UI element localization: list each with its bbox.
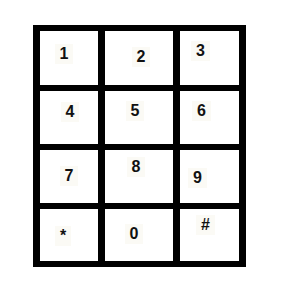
key-4[interactable]: 4	[40, 91, 98, 144]
key-hash-label: #	[196, 215, 215, 235]
key-3[interactable]: 3	[180, 31, 239, 85]
key-8[interactable]: 8	[105, 150, 173, 203]
key-hash[interactable]: #	[180, 209, 239, 261]
key-7-label: 7	[60, 166, 79, 186]
key-3-label: 3	[191, 41, 210, 61]
key-8-label: 8	[127, 157, 146, 177]
key-6[interactable]: 6	[180, 91, 239, 144]
key-2[interactable]: 2	[105, 31, 173, 85]
key-0[interactable]: 0	[105, 209, 173, 261]
key-5-label: 5	[126, 101, 145, 121]
key-9-label: 9	[188, 168, 207, 188]
key-star[interactable]: *	[40, 209, 98, 261]
key-2-label: 2	[132, 47, 151, 67]
key-7[interactable]: 7	[40, 150, 98, 203]
key-1-label: 1	[55, 44, 74, 64]
key-0-label: 0	[125, 224, 144, 244]
key-6-label: 6	[192, 101, 211, 121]
key-star-label: *	[55, 226, 71, 246]
telephone-keypad-grid: 1 2 3 4 5 6 7 8 9 * 0 #	[33, 25, 246, 267]
key-1[interactable]: 1	[40, 31, 98, 85]
key-4-label: 4	[61, 102, 80, 122]
key-5[interactable]: 5	[105, 91, 173, 144]
key-9[interactable]: 9	[180, 150, 239, 203]
